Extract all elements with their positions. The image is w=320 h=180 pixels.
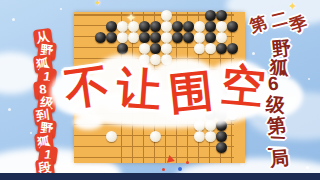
black-stone — [216, 131, 227, 142]
black-stone — [139, 32, 150, 43]
white-stone — [194, 21, 205, 32]
white-stone — [205, 131, 216, 142]
black-stone — [172, 21, 183, 32]
black-stone — [183, 32, 194, 43]
black-stone — [106, 32, 117, 43]
black-stone — [205, 10, 216, 21]
white-stone — [194, 131, 205, 142]
black-stone — [183, 21, 194, 32]
white-stone — [106, 131, 117, 142]
black-stone — [216, 10, 227, 21]
sparkle-icon: ✦ — [288, 0, 297, 13]
white-stone — [216, 32, 227, 43]
white-stone — [150, 131, 161, 142]
snow-dot — [308, 78, 310, 80]
main-title: 不 让 围 空 — [55, 52, 270, 124]
black-stone — [139, 21, 150, 32]
title-char: 不 — [61, 55, 113, 120]
snow-dot — [12, 18, 15, 21]
black-stone — [150, 32, 161, 43]
title-char: 空 — [219, 55, 268, 118]
black-stone — [172, 32, 183, 43]
black-stone — [150, 21, 161, 32]
white-stone — [161, 10, 172, 21]
black-stone — [205, 32, 216, 43]
black-stone — [95, 32, 106, 43]
snow-dot — [306, 166, 309, 169]
thumbnail: ✦ ✦ ✦ 从 野 狐 1 8 级 到 野 狐 1 段 不 让 围 空 第 二 … — [0, 0, 320, 180]
white-stone — [216, 21, 227, 32]
snow-dot — [30, 132, 32, 134]
sparkle-icon: ✦ — [94, 0, 102, 8]
black-stone — [205, 21, 216, 32]
title-char: 围 — [166, 61, 216, 124]
white-stone — [117, 32, 128, 43]
subtitle-char: 局 — [269, 145, 290, 173]
snow-dot — [60, 8, 62, 10]
black-stone — [216, 142, 227, 153]
confetti-dot — [178, 167, 182, 171]
white-stone — [194, 32, 205, 43]
bottom-band — [0, 173, 320, 180]
title-char: 让 — [115, 59, 163, 121]
snow-dot — [8, 108, 11, 111]
white-stone — [161, 32, 172, 43]
white-stone — [128, 32, 139, 43]
black-stone — [106, 21, 117, 32]
white-stone — [161, 21, 172, 32]
sparkle-icon: ✦ — [126, 11, 136, 25]
confetti-dot — [162, 168, 165, 171]
confetti-dot — [186, 161, 189, 164]
black-stone — [227, 21, 238, 32]
